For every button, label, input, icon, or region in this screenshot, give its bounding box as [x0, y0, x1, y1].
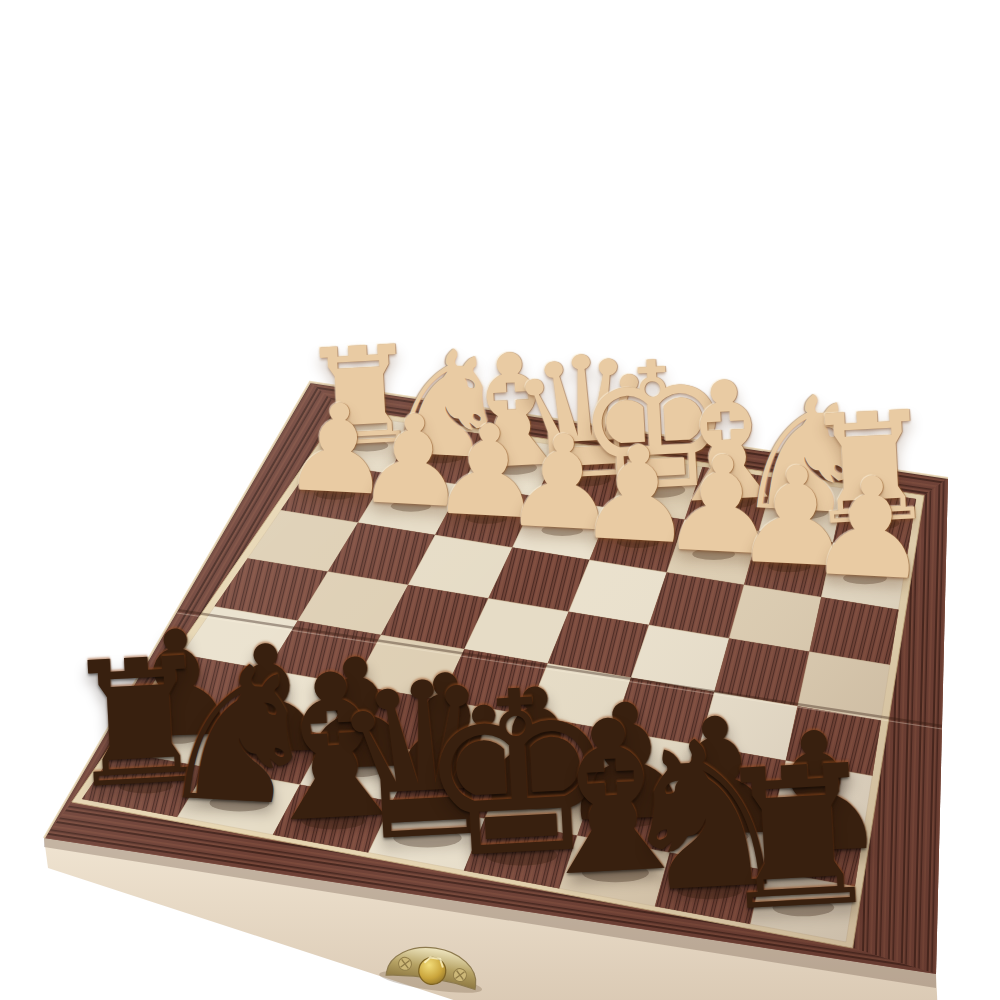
- piece-wP-a2[interactable]: ♟: [805, 457, 935, 600]
- chess-set-photo: Overhead-angle product photo of a foldin…: [0, 0, 1000, 1000]
- piece-bR-a8[interactable]: ♜: [707, 738, 889, 939]
